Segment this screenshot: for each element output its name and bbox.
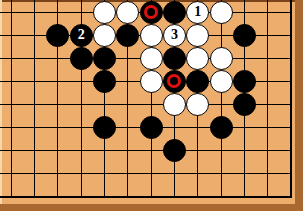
intersection[interactable]	[46, 24, 69, 47]
intersection[interactable]	[23, 185, 46, 208]
black-stone	[93, 47, 116, 70]
intersection[interactable]	[256, 24, 279, 47]
intersection[interactable]	[233, 116, 256, 139]
intersection[interactable]	[233, 1, 256, 24]
white-stone	[210, 1, 233, 24]
black-stone	[93, 70, 116, 93]
white-stone	[140, 47, 163, 70]
intersection[interactable]	[93, 162, 116, 185]
intersection[interactable]	[163, 1, 186, 24]
intersection[interactable]	[116, 185, 139, 208]
intersection[interactable]	[46, 116, 69, 139]
intersection[interactable]: 2	[70, 24, 93, 47]
intersection[interactable]	[139, 162, 162, 185]
intersection[interactable]	[209, 1, 232, 24]
intersection[interactable]	[46, 1, 69, 24]
intersection[interactable]	[279, 93, 302, 116]
white-stone	[140, 70, 163, 93]
intersection[interactable]	[256, 70, 279, 93]
intersection[interactable]	[0, 185, 23, 208]
intersection[interactable]	[209, 185, 232, 208]
intersection[interactable]	[23, 47, 46, 70]
intersection[interactable]	[93, 47, 116, 70]
intersection[interactable]	[0, 116, 23, 139]
intersection[interactable]	[93, 24, 116, 47]
white-stone	[210, 47, 233, 70]
intersection[interactable]	[70, 162, 93, 185]
intersection[interactable]	[116, 47, 139, 70]
intersection[interactable]	[279, 47, 302, 70]
intersection[interactable]	[186, 185, 209, 208]
intersection[interactable]	[233, 70, 256, 93]
intersection[interactable]	[209, 162, 232, 185]
intersection[interactable]	[233, 47, 256, 70]
intersection[interactable]	[256, 47, 279, 70]
circle-mark	[144, 5, 158, 19]
black-stone	[70, 47, 93, 70]
intersection[interactable]	[186, 24, 209, 47]
intersection[interactable]	[70, 47, 93, 70]
black-stone	[140, 1, 163, 24]
intersection[interactable]	[163, 116, 186, 139]
intersection[interactable]	[233, 139, 256, 162]
intersection[interactable]	[116, 162, 139, 185]
intersection[interactable]	[46, 47, 69, 70]
intersection[interactable]	[116, 1, 139, 24]
intersection[interactable]	[163, 139, 186, 162]
intersection[interactable]	[139, 116, 162, 139]
black-stone	[163, 139, 186, 162]
intersection[interactable]	[23, 93, 46, 116]
intersection[interactable]	[139, 24, 162, 47]
intersection[interactable]	[233, 162, 256, 185]
intersection[interactable]	[209, 24, 232, 47]
white-stone: 1	[186, 1, 209, 24]
intersection[interactable]	[46, 162, 69, 185]
intersection[interactable]	[116, 24, 139, 47]
black-stone	[163, 1, 186, 24]
intersection[interactable]	[256, 139, 279, 162]
intersection[interactable]	[233, 185, 256, 208]
intersection[interactable]	[186, 93, 209, 116]
intersection[interactable]	[139, 1, 162, 24]
intersection[interactable]	[279, 70, 302, 93]
black-stone	[140, 116, 163, 139]
black-stone	[163, 47, 186, 70]
intersection[interactable]	[186, 116, 209, 139]
intersection[interactable]	[70, 93, 93, 116]
intersection[interactable]	[0, 70, 23, 93]
intersection[interactable]	[186, 70, 209, 93]
black-stone: 2	[70, 24, 93, 47]
intersection[interactable]	[70, 185, 93, 208]
intersection[interactable]	[256, 1, 279, 24]
black-stone	[210, 116, 233, 139]
intersection[interactable]	[23, 70, 46, 93]
intersection[interactable]	[93, 139, 116, 162]
black-stone	[186, 70, 209, 93]
intersection[interactable]	[0, 47, 23, 70]
intersection[interactable]	[209, 70, 232, 93]
white-stone	[186, 93, 209, 116]
intersection[interactable]: 3	[163, 24, 186, 47]
intersection[interactable]	[23, 24, 46, 47]
intersection[interactable]	[70, 70, 93, 93]
black-stone	[233, 93, 256, 116]
intersection[interactable]	[279, 139, 302, 162]
intersection[interactable]	[163, 70, 186, 93]
intersection[interactable]	[46, 70, 69, 93]
intersection[interactable]: 1	[186, 1, 209, 24]
intersection[interactable]	[0, 139, 23, 162]
intersection[interactable]	[163, 93, 186, 116]
intersection[interactable]	[279, 24, 302, 47]
intersection[interactable]	[0, 1, 23, 24]
intersection[interactable]	[93, 116, 116, 139]
intersection[interactable]	[186, 47, 209, 70]
white-stone	[210, 70, 233, 93]
black-stone	[116, 24, 139, 47]
intersection[interactable]	[70, 1, 93, 24]
move-number-label: 1	[194, 5, 201, 19]
go-board: 123	[0, 0, 303, 211]
black-stone	[93, 116, 116, 139]
intersection[interactable]	[256, 116, 279, 139]
intersection[interactable]	[23, 116, 46, 139]
intersection[interactable]	[163, 185, 186, 208]
intersection[interactable]	[23, 1, 46, 24]
intersection[interactable]	[209, 47, 232, 70]
circle-mark	[167, 74, 181, 88]
intersection[interactable]	[139, 70, 162, 93]
board-grid: 123	[0, 1, 303, 208]
intersection[interactable]	[116, 70, 139, 93]
intersection[interactable]	[116, 139, 139, 162]
intersection[interactable]	[233, 24, 256, 47]
intersection[interactable]	[163, 47, 186, 70]
intersection[interactable]	[93, 70, 116, 93]
intersection[interactable]	[209, 93, 232, 116]
white-stone: 3	[163, 24, 186, 47]
intersection[interactable]	[279, 1, 302, 24]
white-stone	[116, 1, 139, 24]
intersection[interactable]	[139, 47, 162, 70]
intersection[interactable]	[0, 162, 23, 185]
intersection[interactable]	[279, 185, 302, 208]
black-stone	[233, 70, 256, 93]
intersection[interactable]	[46, 185, 69, 208]
white-stone	[93, 1, 116, 24]
intersection[interactable]	[139, 93, 162, 116]
intersection[interactable]	[23, 139, 46, 162]
intersection[interactable]	[70, 139, 93, 162]
intersection[interactable]	[233, 93, 256, 116]
intersection[interactable]	[256, 162, 279, 185]
black-stone	[46, 24, 69, 47]
intersection[interactable]	[70, 116, 93, 139]
intersection[interactable]	[256, 185, 279, 208]
intersection[interactable]	[209, 116, 232, 139]
intersection[interactable]	[0, 93, 23, 116]
intersection[interactable]	[116, 93, 139, 116]
intersection[interactable]	[116, 116, 139, 139]
white-stone	[186, 24, 209, 47]
white-stone	[163, 93, 186, 116]
black-stone	[233, 24, 256, 47]
intersection[interactable]	[46, 139, 69, 162]
intersection[interactable]	[163, 162, 186, 185]
white-stone	[140, 24, 163, 47]
intersection[interactable]	[93, 93, 116, 116]
intersection[interactable]	[279, 116, 302, 139]
intersection[interactable]	[139, 185, 162, 208]
intersection[interactable]	[93, 185, 116, 208]
intersection[interactable]	[46, 93, 69, 116]
intersection[interactable]	[209, 139, 232, 162]
intersection[interactable]	[0, 24, 23, 47]
intersection[interactable]	[139, 139, 162, 162]
intersection[interactable]	[23, 162, 46, 185]
intersection[interactable]	[279, 162, 302, 185]
move-number-label: 2	[78, 28, 85, 42]
black-stone	[163, 70, 186, 93]
intersection[interactable]	[186, 162, 209, 185]
move-number-label: 3	[171, 28, 178, 42]
intersection[interactable]	[186, 139, 209, 162]
intersection[interactable]	[93, 1, 116, 24]
white-stone	[186, 47, 209, 70]
intersection[interactable]	[256, 93, 279, 116]
white-stone	[93, 24, 116, 47]
